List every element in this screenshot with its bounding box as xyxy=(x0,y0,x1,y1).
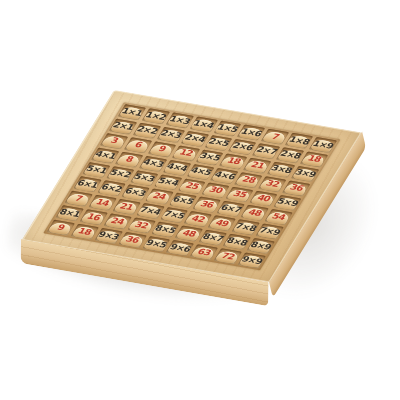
slot-r3c1: 3 xyxy=(100,133,128,149)
slot-r2c4: 2×4 xyxy=(181,131,209,147)
tile-label: 40 xyxy=(255,194,271,203)
slot-r9c8: 72 xyxy=(214,248,242,264)
tile-label: 9×5 xyxy=(144,239,168,249)
tile-r3c4-answer-side[interactable]: 12 xyxy=(172,147,198,160)
tile-r7c5-problem-side[interactable]: 7×5 xyxy=(161,209,187,222)
slot-r3c7: 21 xyxy=(243,158,271,174)
tile-label: 14 xyxy=(94,198,110,207)
slot-r5c4: 5×4 xyxy=(154,174,182,190)
slot-r6c6: 36 xyxy=(193,197,221,213)
tile-r1c2-problem-side[interactable]: 1×2 xyxy=(142,110,168,123)
slot-r8c5: 8×5 xyxy=(151,222,179,238)
slot-r6c9: 54 xyxy=(264,209,292,225)
slot-r3c5: 3×5 xyxy=(196,149,224,165)
tile-r7c9-problem-side[interactable]: 7×9 xyxy=(256,226,282,239)
slot-r2c8: 2×8 xyxy=(276,147,304,163)
slot-r8c2: 16 xyxy=(79,209,107,225)
tile-label: 12 xyxy=(178,149,194,158)
tile-label: 8×5 xyxy=(153,224,177,234)
tile-r8c4-answer-side[interactable]: 32 xyxy=(128,220,154,233)
slot-r2c1: 2×1 xyxy=(109,119,137,135)
tile-label: 2×8 xyxy=(278,150,302,160)
tile-label: 1×1 xyxy=(120,107,144,117)
slot-r9c7: 63 xyxy=(190,244,218,260)
tile-label: 3×5 xyxy=(198,152,222,162)
tile-r7c4-problem-side[interactable]: 7×4 xyxy=(137,205,163,218)
tile-r5c5-answer-side[interactable]: 25 xyxy=(179,180,205,193)
tile-r5c2-problem-side[interactable]: 5×2 xyxy=(107,168,133,181)
tile-label: 2×4 xyxy=(183,134,207,144)
tile-r4c8-answer-side[interactable]: 32 xyxy=(259,178,285,191)
tile-label: 7×5 xyxy=(162,210,186,220)
tile-label: 24 xyxy=(109,217,125,226)
tile-label: 5×9 xyxy=(276,197,300,207)
tile-r1c5-problem-side[interactable]: 1×5 xyxy=(214,123,240,136)
tile-r3c7-answer-side[interactable]: 21 xyxy=(244,160,270,173)
tile-label: 5×2 xyxy=(108,169,132,179)
slot-r1c9: 1×9 xyxy=(309,137,337,153)
tile-r1c7-answer-side[interactable]: 7 xyxy=(262,131,288,144)
tile-r2c3-problem-side[interactable]: 2×3 xyxy=(157,129,183,142)
tile-r5c8-answer-side[interactable]: 40 xyxy=(250,193,276,206)
product-photo-scene: 1×11×21×31×41×51×671×81×92×12×22×32×42×5… xyxy=(0,0,400,400)
tile-label: 4×6 xyxy=(213,171,237,181)
slot-r1c6: 1×6 xyxy=(237,125,265,141)
slot-r7c1: 7 xyxy=(64,191,92,207)
slot-r5c8: 40 xyxy=(249,191,277,207)
slot-r2c2: 2×2 xyxy=(133,123,161,139)
tile-r4c5-problem-side[interactable]: 4×5 xyxy=(187,166,213,179)
slot-r5c5: 25 xyxy=(178,178,206,194)
slot-r6c7: 6×7 xyxy=(217,201,245,217)
tile-r3c3-answer-side[interactable]: 9 xyxy=(149,143,175,156)
tile-label: 32 xyxy=(133,221,149,230)
tile-r2c6-problem-side[interactable]: 2×6 xyxy=(229,141,255,154)
tile-r9c5-problem-side[interactable]: 9×5 xyxy=(143,238,169,251)
tile-r9c2-answer-side[interactable]: 18 xyxy=(71,226,97,239)
tile-label: 3 xyxy=(109,137,119,145)
tile-r9c9-problem-side[interactable]: 9×9 xyxy=(239,255,265,268)
tile-label: 8×1 xyxy=(58,208,82,218)
tile-label: 7×9 xyxy=(258,226,282,236)
tile-label: 30 xyxy=(208,186,224,195)
tile-r5c4-problem-side[interactable]: 5×4 xyxy=(155,176,181,189)
tile-r2c9-answer-side[interactable]: 18 xyxy=(301,153,327,166)
tile-label: 36 xyxy=(124,235,140,244)
tile-r9c4-answer-side[interactable]: 36 xyxy=(119,234,145,247)
tile-label: 6×1 xyxy=(76,179,100,189)
slot-r7c4: 7×4 xyxy=(136,203,164,219)
tile-r4c1-problem-side[interactable]: 4×1 xyxy=(92,150,118,163)
tile-label: 49 xyxy=(214,219,230,228)
tile-label: 5×3 xyxy=(132,173,156,183)
tile-r5c6-answer-side[interactable]: 30 xyxy=(202,184,228,197)
tile-label: 25 xyxy=(184,182,200,191)
slot-r2c5: 2×5 xyxy=(204,135,232,151)
tile-label: 1×3 xyxy=(168,115,192,125)
slot-r9c5: 9×5 xyxy=(142,236,170,252)
tile-r6c5-problem-side[interactable]: 6×5 xyxy=(170,195,196,208)
tile-label: 32 xyxy=(264,179,280,188)
tile-r7c3-answer-side[interactable]: 21 xyxy=(113,201,139,214)
tile-label: 2×5 xyxy=(207,138,231,148)
tile-r6c8-answer-side[interactable]: 48 xyxy=(241,207,267,220)
tile-r8c3-answer-side[interactable]: 24 xyxy=(104,216,130,229)
tile-label: 4×5 xyxy=(189,167,213,177)
slot-r2c9: 18 xyxy=(300,151,328,167)
tile-r8c7-problem-side[interactable]: 8×7 xyxy=(200,232,226,245)
tile-r5c1-problem-side[interactable]: 5×1 xyxy=(83,164,109,177)
tile-r9c8-answer-side[interactable]: 72 xyxy=(215,250,241,263)
tile-label: 3×9 xyxy=(293,168,317,178)
slot-r3c9: 3×9 xyxy=(291,166,319,182)
tile-r2c1-problem-side[interactable]: 2×1 xyxy=(110,121,136,134)
tile-label: 1×2 xyxy=(144,111,168,121)
slot-r8c4: 32 xyxy=(127,218,155,234)
slot-r8c6: 48 xyxy=(175,226,203,242)
slot-r9c4: 36 xyxy=(118,232,146,248)
tile-r8c2-answer-side[interactable]: 16 xyxy=(80,211,106,224)
tile-label: 21 xyxy=(118,202,134,211)
slot-r4c7: 28 xyxy=(234,172,262,188)
tile-r8c6-answer-side[interactable]: 48 xyxy=(176,228,202,241)
tile-label: 9×9 xyxy=(240,255,264,265)
slot-r7c7: 49 xyxy=(208,215,236,231)
slot-r2c6: 2×6 xyxy=(228,139,256,155)
slot-r4c1: 4×1 xyxy=(91,147,119,163)
tile-label: 6×5 xyxy=(171,195,195,205)
slot-r8c3: 24 xyxy=(103,213,131,229)
tile-r3c2-answer-side[interactable]: 6 xyxy=(125,139,151,152)
slot-r9c3: 9×3 xyxy=(94,228,122,244)
tile-r2c4-problem-side[interactable]: 2×4 xyxy=(181,133,207,146)
tile-label: 6 xyxy=(133,141,143,149)
slot-r4c3: 4×3 xyxy=(139,156,167,172)
tile-r3c1-answer-side[interactable]: 3 xyxy=(101,135,127,148)
tile-label: 1×5 xyxy=(216,123,240,133)
tile-r3c8-problem-side[interactable]: 3×8 xyxy=(268,164,294,177)
tile-r4c7-answer-side[interactable]: 28 xyxy=(235,174,261,187)
slot-r7c6: 42 xyxy=(184,211,212,227)
tile-r9c7-answer-side[interactable]: 63 xyxy=(191,246,217,259)
tile-r8c5-problem-side[interactable]: 8×5 xyxy=(152,224,178,237)
tile-r9c3-problem-side[interactable]: 9×3 xyxy=(95,230,121,243)
tile-r2c5-problem-side[interactable]: 2×5 xyxy=(205,137,231,150)
tile-label: 4×4 xyxy=(165,162,189,172)
tile-r8c9-problem-side[interactable]: 8×9 xyxy=(247,240,273,253)
slot-r5c9: 5×9 xyxy=(273,195,301,211)
slot-r9c1: 9 xyxy=(47,220,75,236)
tile-r7c6-answer-side[interactable]: 42 xyxy=(185,213,211,226)
tile-label: 6×2 xyxy=(99,183,123,193)
slot-r4c8: 32 xyxy=(258,176,286,192)
slot-r1c7: 7 xyxy=(261,129,289,145)
tile-label: 9×3 xyxy=(97,231,121,241)
slot-r3c6: 18 xyxy=(219,154,247,170)
slot-r7c9: 7×9 xyxy=(255,224,283,240)
slot-r2c3: 2×3 xyxy=(157,127,185,143)
tile-r3c9-problem-side[interactable]: 3×9 xyxy=(292,168,318,181)
slot-r6c1: 6×1 xyxy=(73,176,101,192)
tile-r6c4-answer-side[interactable]: 24 xyxy=(146,191,172,204)
tile-label: 5×4 xyxy=(156,177,180,187)
tile-label: 36 xyxy=(288,184,304,193)
tile-label: 9 xyxy=(56,223,66,231)
tile-r3c5-problem-side[interactable]: 3×5 xyxy=(196,152,222,165)
slot-r3c4: 12 xyxy=(172,145,200,161)
slot-r6c3: 6×3 xyxy=(121,185,149,201)
tile-label: 8×9 xyxy=(249,241,273,251)
slot-r1c5: 1×5 xyxy=(213,121,241,137)
slot-r4c4: 4×4 xyxy=(163,160,191,176)
slot-r7c8: 7×8 xyxy=(232,220,260,236)
tile-label: 42 xyxy=(190,215,206,224)
tile-label: 1×8 xyxy=(287,136,311,146)
slot-r6c8: 48 xyxy=(240,205,268,221)
tile-label: 7 xyxy=(73,195,83,203)
tile-label: 2×3 xyxy=(159,129,183,139)
slot-r3c2: 6 xyxy=(124,137,152,153)
tile-label: 63 xyxy=(196,248,212,257)
tile-r6c6-answer-side[interactable]: 36 xyxy=(194,199,220,212)
slot-r5c1: 5×1 xyxy=(82,162,110,178)
slot-r4c9: 36 xyxy=(282,180,310,196)
tile-r5c3-problem-side[interactable]: 5×3 xyxy=(131,172,157,185)
tile-label: 35 xyxy=(232,190,248,199)
tile-r3c6-answer-side[interactable]: 18 xyxy=(220,156,246,169)
tile-r7c8-problem-side[interactable]: 7×8 xyxy=(232,222,258,235)
tile-label: 28 xyxy=(240,175,256,184)
tile-label: 7×4 xyxy=(138,206,162,216)
slot-r1c8: 1×8 xyxy=(285,133,313,149)
tile-label: 8 xyxy=(124,155,134,163)
tile-r8c1-problem-side[interactable]: 8×1 xyxy=(56,207,82,220)
tile-r1c6-problem-side[interactable]: 1×6 xyxy=(238,127,264,140)
tile-r4c2-answer-side[interactable]: 8 xyxy=(116,154,142,167)
tile-label: 36 xyxy=(199,200,215,209)
tile-r6c3-problem-side[interactable]: 6×3 xyxy=(122,187,148,200)
tile-label: 9×6 xyxy=(168,243,192,253)
slot-r6c4: 24 xyxy=(145,189,173,205)
tile-r1c1-problem-side[interactable]: 1×1 xyxy=(119,106,145,119)
tile-label: 2×7 xyxy=(255,146,279,156)
tile-r1c8-problem-side[interactable]: 1×8 xyxy=(286,135,312,148)
slot-r3c3: 9 xyxy=(148,141,176,157)
slot-r8c7: 8×7 xyxy=(199,230,227,246)
tile-r1c3-problem-side[interactable]: 1×3 xyxy=(166,114,192,127)
slot-r9c9: 9×9 xyxy=(238,252,266,268)
tile-r4c4-problem-side[interactable]: 4×4 xyxy=(164,162,190,175)
tile-r2c8-problem-side[interactable]: 2×8 xyxy=(277,149,303,162)
tile-label: 4×3 xyxy=(141,158,165,168)
tile-label: 6×3 xyxy=(123,187,147,197)
tile-label: 7×8 xyxy=(234,222,258,232)
tile-label: 2×6 xyxy=(231,142,255,152)
slot-r1c4: 1×4 xyxy=(189,116,217,132)
slot-r2c7: 2×7 xyxy=(252,143,280,159)
slot-r9c6: 9×6 xyxy=(166,240,194,256)
tile-r9c1-answer-side[interactable]: 9 xyxy=(47,222,73,235)
tile-label: 4×1 xyxy=(93,150,117,160)
tile-label: 2×1 xyxy=(111,121,135,131)
tile-label: 3×8 xyxy=(270,164,294,174)
slot-r1c3: 1×3 xyxy=(166,112,194,128)
tile-label: 18 xyxy=(306,155,322,164)
tile-label: 5×1 xyxy=(85,165,109,175)
slot-r1c2: 1×2 xyxy=(142,108,170,124)
tile-label: 16 xyxy=(85,213,101,222)
tile-r4c9-answer-side[interactable]: 36 xyxy=(283,182,309,195)
tile-label: 18 xyxy=(76,227,92,236)
slot-r8c9: 8×9 xyxy=(247,238,275,254)
slot-r5c3: 5×3 xyxy=(130,170,158,186)
slot-r6c5: 6×5 xyxy=(169,193,197,209)
tile-r5c7-answer-side[interactable]: 35 xyxy=(226,189,252,202)
slot-r8c8: 8×8 xyxy=(223,234,251,250)
slot-r3c8: 3×8 xyxy=(267,162,295,178)
tile-r7c7-answer-side[interactable]: 49 xyxy=(209,217,235,230)
slot-r9c2: 18 xyxy=(70,224,98,240)
tile-label: 21 xyxy=(249,161,265,170)
tile-r6c9-answer-side[interactable]: 54 xyxy=(265,211,291,224)
tile-r6c7-problem-side[interactable]: 6×7 xyxy=(217,203,243,216)
tile-r1c4-problem-side[interactable]: 1×4 xyxy=(190,119,216,132)
tile-r2c2-problem-side[interactable]: 2×2 xyxy=(134,125,160,138)
slot-r5c2: 5×2 xyxy=(106,166,134,182)
tile-r8c8-problem-side[interactable]: 8×8 xyxy=(224,236,250,249)
slot-r5c7: 35 xyxy=(226,187,254,203)
slot-r7c3: 21 xyxy=(112,199,140,215)
tile-r5c9-problem-side[interactable]: 5×9 xyxy=(274,197,300,210)
tile-label: 7 xyxy=(270,133,280,141)
slot-r6c2: 6×2 xyxy=(97,180,125,196)
tile-r6c1-problem-side[interactable]: 6×1 xyxy=(74,178,100,191)
tile-label: 8×7 xyxy=(201,233,225,243)
slot-r1c1: 1×1 xyxy=(118,104,146,120)
tile-label: 18 xyxy=(225,157,241,166)
tile-label: 1×9 xyxy=(311,140,335,150)
tile-label: 6×7 xyxy=(219,204,243,214)
tile-label: 24 xyxy=(151,192,167,201)
tile-r2c7-problem-side[interactable]: 2×7 xyxy=(253,145,279,158)
tile-r4c3-problem-side[interactable]: 4×3 xyxy=(140,158,166,171)
tile-label: 54 xyxy=(270,212,286,221)
slot-r4c5: 4×5 xyxy=(187,164,215,180)
tile-label: 48 xyxy=(246,208,262,217)
tile-r7c1-answer-side[interactable]: 7 xyxy=(65,193,91,206)
tile-label: 9 xyxy=(157,145,167,153)
tile-r7c2-answer-side[interactable]: 14 xyxy=(89,197,115,210)
tile-label: 8×8 xyxy=(225,237,249,247)
slot-r4c2: 8 xyxy=(115,152,143,168)
slot-r8c1: 8×1 xyxy=(55,205,83,221)
slot-r4c6: 4×6 xyxy=(211,168,239,184)
tile-r4c6-problem-side[interactable]: 4×6 xyxy=(211,170,237,183)
slot-r5c6: 30 xyxy=(202,182,230,198)
tile-label: 1×6 xyxy=(240,127,264,137)
tile-label: 1×4 xyxy=(192,119,216,129)
tile-label: 72 xyxy=(220,252,236,261)
slot-r7c2: 14 xyxy=(88,195,116,211)
tile-r9c6-problem-side[interactable]: 9×6 xyxy=(167,242,193,255)
tile-r6c2-problem-side[interactable]: 6×2 xyxy=(98,183,124,196)
tile-r1c9-problem-side[interactable]: 1×9 xyxy=(310,139,336,152)
tile-label: 48 xyxy=(181,229,197,238)
slot-r7c5: 7×5 xyxy=(160,207,188,223)
tile-label: 2×2 xyxy=(135,125,159,135)
